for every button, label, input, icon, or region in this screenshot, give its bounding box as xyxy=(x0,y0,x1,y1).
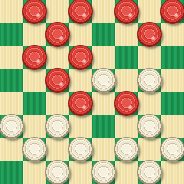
square-r4c7[interactable] xyxy=(161,92,184,115)
square-r0c2 xyxy=(46,0,69,23)
red-checker[interactable] xyxy=(45,22,70,47)
square-r5c2[interactable] xyxy=(46,115,69,138)
square-r4c6 xyxy=(138,92,161,115)
square-r3c7 xyxy=(161,69,184,92)
square-r5c3 xyxy=(69,115,92,138)
square-r4c5[interactable] xyxy=(115,92,138,115)
square-r1c6[interactable] xyxy=(138,23,161,46)
square-r2c7[interactable] xyxy=(161,46,184,69)
square-r3c3 xyxy=(69,69,92,92)
white-checker[interactable] xyxy=(0,114,24,139)
square-r4c2 xyxy=(46,92,69,115)
white-checker[interactable] xyxy=(137,114,162,139)
white-checker[interactable] xyxy=(137,68,162,93)
red-checker[interactable] xyxy=(160,0,184,24)
square-r7c4[interactable] xyxy=(92,161,115,184)
square-r7c3 xyxy=(69,161,92,184)
red-checker[interactable] xyxy=(114,0,139,24)
red-checker[interactable] xyxy=(137,22,162,47)
square-r1c7 xyxy=(161,23,184,46)
square-r6c3[interactable] xyxy=(69,138,92,161)
square-r4c4 xyxy=(92,92,115,115)
square-r7c7 xyxy=(161,161,184,184)
square-r5c7 xyxy=(161,115,184,138)
square-r0c4 xyxy=(92,0,115,23)
square-r0c1[interactable] xyxy=(23,0,46,23)
square-r2c0 xyxy=(0,46,23,69)
red-checker[interactable] xyxy=(114,91,139,116)
square-r1c1 xyxy=(23,23,46,46)
white-checker[interactable] xyxy=(91,160,116,184)
white-checker[interactable] xyxy=(91,68,116,93)
square-r2c5[interactable] xyxy=(115,46,138,69)
square-r1c0[interactable] xyxy=(0,23,23,46)
square-r3c2[interactable] xyxy=(46,69,69,92)
square-r7c1 xyxy=(23,161,46,184)
square-r1c5 xyxy=(115,23,138,46)
square-r4c1[interactable] xyxy=(23,92,46,115)
square-r7c5 xyxy=(115,161,138,184)
red-checker[interactable] xyxy=(22,0,47,24)
red-checker[interactable] xyxy=(68,45,93,70)
square-r0c6 xyxy=(138,0,161,23)
white-checker[interactable] xyxy=(22,137,47,162)
white-checker[interactable] xyxy=(114,137,139,162)
square-r5c1 xyxy=(23,115,46,138)
red-checker[interactable] xyxy=(68,0,93,24)
square-r7c0[interactable] xyxy=(0,161,23,184)
square-r2c3[interactable] xyxy=(69,46,92,69)
square-r4c0 xyxy=(0,92,23,115)
square-r6c1[interactable] xyxy=(23,138,46,161)
white-checker[interactable] xyxy=(68,137,93,162)
checkers-board xyxy=(0,0,184,184)
square-r6c0 xyxy=(0,138,23,161)
square-r1c4[interactable] xyxy=(92,23,115,46)
square-r2c1[interactable] xyxy=(23,46,46,69)
red-checker[interactable] xyxy=(22,45,47,70)
square-r3c0[interactable] xyxy=(0,69,23,92)
white-checker[interactable] xyxy=(160,137,184,162)
square-r6c2 xyxy=(46,138,69,161)
square-r6c5[interactable] xyxy=(115,138,138,161)
square-r1c3 xyxy=(69,23,92,46)
square-r4c3[interactable] xyxy=(69,92,92,115)
square-r3c5 xyxy=(115,69,138,92)
square-r3c4[interactable] xyxy=(92,69,115,92)
square-r6c4 xyxy=(92,138,115,161)
square-r3c1 xyxy=(23,69,46,92)
square-r7c6[interactable] xyxy=(138,161,161,184)
square-r3c6[interactable] xyxy=(138,69,161,92)
white-checker[interactable] xyxy=(45,114,70,139)
square-r5c4[interactable] xyxy=(92,115,115,138)
square-r2c4 xyxy=(92,46,115,69)
square-r5c5 xyxy=(115,115,138,138)
square-r6c7[interactable] xyxy=(161,138,184,161)
square-r0c7[interactable] xyxy=(161,0,184,23)
square-r0c0 xyxy=(0,0,23,23)
white-checker[interactable] xyxy=(45,160,70,184)
square-r2c6 xyxy=(138,46,161,69)
square-r0c3[interactable] xyxy=(69,0,92,23)
square-r6c6 xyxy=(138,138,161,161)
square-r2c2 xyxy=(46,46,69,69)
square-r5c0[interactable] xyxy=(0,115,23,138)
red-checker[interactable] xyxy=(68,91,93,116)
square-r1c2[interactable] xyxy=(46,23,69,46)
white-checker[interactable] xyxy=(137,160,162,184)
red-checker[interactable] xyxy=(45,68,70,93)
square-r5c6[interactable] xyxy=(138,115,161,138)
square-r0c5[interactable] xyxy=(115,0,138,23)
square-r7c2[interactable] xyxy=(46,161,69,184)
